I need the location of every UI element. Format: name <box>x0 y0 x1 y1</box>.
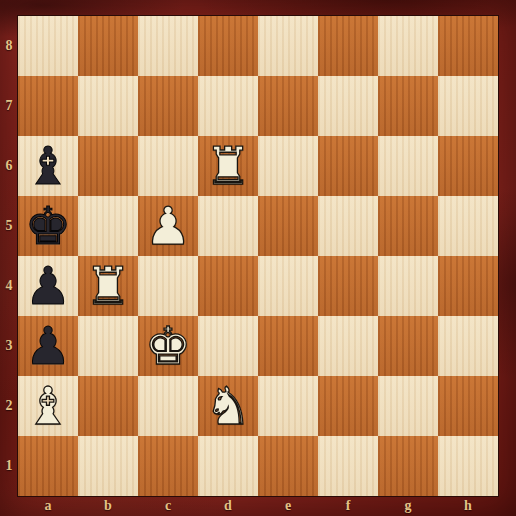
rank-label-5: 5 <box>0 196 18 256</box>
square-a8[interactable] <box>18 16 78 76</box>
square-b1[interactable] <box>78 436 138 496</box>
square-f6[interactable] <box>318 136 378 196</box>
rank-label-4: 4 <box>0 256 18 316</box>
square-c8[interactable] <box>138 16 198 76</box>
square-f5[interactable] <box>318 196 378 256</box>
square-g5[interactable] <box>378 196 438 256</box>
square-a6[interactable]: ♝ <box>18 136 78 196</box>
square-e3[interactable] <box>258 316 318 376</box>
chess-board[interactable]: ♝♜♚♟♟♜♟♚♝♞ <box>18 16 498 496</box>
piece-black-pawn-a4[interactable]: ♟ <box>25 256 72 316</box>
rank-label-6: 6 <box>0 136 18 196</box>
piece-white-rook-d6[interactable]: ♜ <box>205 136 252 196</box>
rank-label-2: 2 <box>0 376 18 436</box>
file-labels: abcdefgh <box>18 496 498 516</box>
square-a2[interactable]: ♝ <box>18 376 78 436</box>
rank-labels: 87654321 <box>0 16 18 496</box>
square-d1[interactable] <box>198 436 258 496</box>
square-c2[interactable] <box>138 376 198 436</box>
square-g2[interactable] <box>378 376 438 436</box>
square-f1[interactable] <box>318 436 378 496</box>
square-d4[interactable] <box>198 256 258 316</box>
file-label-f: f <box>318 496 378 516</box>
square-c5[interactable]: ♟ <box>138 196 198 256</box>
square-g8[interactable] <box>378 16 438 76</box>
square-d3[interactable] <box>198 316 258 376</box>
square-h1[interactable] <box>438 436 498 496</box>
file-label-a: a <box>18 496 78 516</box>
square-h7[interactable] <box>438 76 498 136</box>
square-a1[interactable] <box>18 436 78 496</box>
rank-label-3: 3 <box>0 316 18 376</box>
square-e5[interactable] <box>258 196 318 256</box>
file-label-e: e <box>258 496 318 516</box>
piece-white-bishop-a2[interactable]: ♝ <box>25 376 72 436</box>
piece-black-king-a5[interactable]: ♚ <box>25 196 72 256</box>
square-a3[interactable]: ♟ <box>18 316 78 376</box>
square-b8[interactable] <box>78 16 138 76</box>
square-c4[interactable] <box>138 256 198 316</box>
square-d5[interactable] <box>198 196 258 256</box>
square-b6[interactable] <box>78 136 138 196</box>
file-label-b: b <box>78 496 138 516</box>
rank-label-8: 8 <box>0 16 18 76</box>
square-f3[interactable] <box>318 316 378 376</box>
square-e6[interactable] <box>258 136 318 196</box>
square-d6[interactable]: ♜ <box>198 136 258 196</box>
board-frame: 87654321 ♝♜♚♟♟♜♟♚♝♞ abcdefgh <box>0 0 516 516</box>
square-g3[interactable] <box>378 316 438 376</box>
square-g1[interactable] <box>378 436 438 496</box>
square-d2[interactable]: ♞ <box>198 376 258 436</box>
square-c7[interactable] <box>138 76 198 136</box>
square-c6[interactable] <box>138 136 198 196</box>
square-a7[interactable] <box>18 76 78 136</box>
file-label-d: d <box>198 496 258 516</box>
square-d7[interactable] <box>198 76 258 136</box>
square-g4[interactable] <box>378 256 438 316</box>
rank-label-7: 7 <box>0 76 18 136</box>
piece-black-pawn-a3[interactable]: ♟ <box>25 316 72 376</box>
square-c1[interactable] <box>138 436 198 496</box>
square-b3[interactable] <box>78 316 138 376</box>
file-label-g: g <box>378 496 438 516</box>
square-a5[interactable]: ♚ <box>18 196 78 256</box>
square-h8[interactable] <box>438 16 498 76</box>
square-b7[interactable] <box>78 76 138 136</box>
square-g6[interactable] <box>378 136 438 196</box>
square-g7[interactable] <box>378 76 438 136</box>
square-h3[interactable] <box>438 316 498 376</box>
square-b2[interactable] <box>78 376 138 436</box>
square-e4[interactable] <box>258 256 318 316</box>
square-d8[interactable] <box>198 16 258 76</box>
piece-white-rook-b4[interactable]: ♜ <box>85 256 132 316</box>
square-h5[interactable] <box>438 196 498 256</box>
square-f7[interactable] <box>318 76 378 136</box>
square-h2[interactable] <box>438 376 498 436</box>
square-b4[interactable]: ♜ <box>78 256 138 316</box>
piece-white-pawn-c5[interactable]: ♟ <box>145 196 192 256</box>
piece-white-king-c3[interactable]: ♚ <box>145 316 192 376</box>
rank-label-1: 1 <box>0 436 18 496</box>
piece-white-knight-d2[interactable]: ♞ <box>205 376 252 436</box>
square-e1[interactable] <box>258 436 318 496</box>
square-e7[interactable] <box>258 76 318 136</box>
square-b5[interactable] <box>78 196 138 256</box>
square-f8[interactable] <box>318 16 378 76</box>
square-e8[interactable] <box>258 16 318 76</box>
square-h4[interactable] <box>438 256 498 316</box>
square-c3[interactable]: ♚ <box>138 316 198 376</box>
square-f4[interactable] <box>318 256 378 316</box>
piece-black-bishop-a6[interactable]: ♝ <box>25 136 72 196</box>
square-h6[interactable] <box>438 136 498 196</box>
file-label-h: h <box>438 496 498 516</box>
square-f2[interactable] <box>318 376 378 436</box>
file-label-c: c <box>138 496 198 516</box>
square-a4[interactable]: ♟ <box>18 256 78 316</box>
square-e2[interactable] <box>258 376 318 436</box>
